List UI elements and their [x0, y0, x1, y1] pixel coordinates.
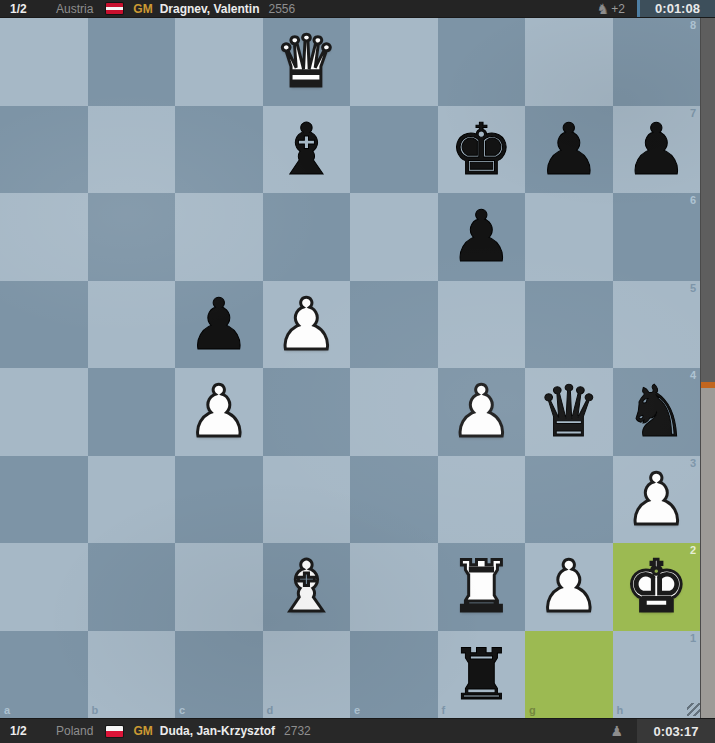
square-a6[interactable] [0, 193, 88, 281]
square-a2[interactable] [0, 543, 88, 631]
white-pawn[interactable]: ♟ [624, 464, 688, 535]
rank-label-8: 8 [690, 20, 696, 31]
square-d6[interactable] [263, 193, 351, 281]
file-label-c: c [179, 705, 185, 716]
square-c4[interactable]: ♟ [175, 368, 263, 456]
square-h5[interactable]: 5 [613, 281, 701, 369]
square-b7[interactable] [88, 106, 176, 194]
square-d3[interactable] [263, 456, 351, 544]
bottom-match-score: 1/2 [10, 724, 46, 738]
square-c8[interactable] [175, 18, 263, 106]
square-e3[interactable] [350, 456, 438, 544]
rank-label-2: 2 [690, 545, 696, 556]
square-g7[interactable]: ♟ [525, 106, 613, 194]
top-country-label: Austria [56, 2, 93, 16]
square-e6[interactable] [350, 193, 438, 281]
board-area: ♛8♝♚♟7♟♟6♟♟5♟♟♛4♞3♟♝♜♟2♚abcdef♜g1h [0, 18, 715, 718]
square-f6[interactable]: ♟ [438, 193, 526, 281]
black-pawn[interactable]: ♟ [449, 201, 513, 272]
square-e2[interactable] [350, 543, 438, 631]
square-f1[interactable]: f♜ [438, 631, 526, 719]
square-g6[interactable] [525, 193, 613, 281]
file-label-h: h [617, 705, 624, 716]
square-c5[interactable]: ♟ [175, 281, 263, 369]
square-g8[interactable] [525, 18, 613, 106]
scrollbar-track-bottom[interactable] [701, 388, 715, 718]
square-e8[interactable] [350, 18, 438, 106]
white-queen[interactable]: ♛ [274, 26, 338, 97]
square-a3[interactable] [0, 456, 88, 544]
square-b8[interactable] [88, 18, 176, 106]
square-b4[interactable] [88, 368, 176, 456]
top-material-indicator: ♞ +2 [597, 2, 625, 16]
square-e4[interactable] [350, 368, 438, 456]
bottom-player-name: Duda, Jan-Krzysztof [160, 724, 275, 738]
top-player-rating: 2556 [269, 2, 296, 16]
square-b1[interactable]: b [88, 631, 176, 719]
square-d8[interactable]: ♛ [263, 18, 351, 106]
white-king[interactable]: ♚ [624, 551, 688, 622]
square-e5[interactable] [350, 281, 438, 369]
square-a5[interactable] [0, 281, 88, 369]
black-rook[interactable]: ♜ [449, 639, 513, 710]
square-f2[interactable]: ♜ [438, 543, 526, 631]
knight-icon: ♞ [597, 2, 610, 16]
square-a8[interactable] [0, 18, 88, 106]
file-label-g: g [529, 705, 536, 716]
square-c2[interactable] [175, 543, 263, 631]
square-d1[interactable]: d [263, 631, 351, 719]
austria-flag-icon [106, 3, 123, 14]
square-h6[interactable]: 6 [613, 193, 701, 281]
top-title-badge: GM [133, 2, 152, 16]
square-d7[interactable]: ♝ [263, 106, 351, 194]
square-c1[interactable]: c [175, 631, 263, 719]
square-h4[interactable]: 4♞ [613, 368, 701, 456]
bottom-player-rating: 2732 [284, 724, 311, 738]
square-b3[interactable] [88, 456, 176, 544]
top-material-value: +2 [611, 2, 625, 16]
file-label-f: f [442, 705, 446, 716]
white-bishop[interactable]: ♝ [274, 551, 338, 622]
scrollbar-track-top[interactable] [701, 18, 715, 382]
black-pawn[interactable]: ♟ [187, 289, 251, 360]
black-pawn[interactable]: ♟ [537, 114, 601, 185]
black-pawn[interactable]: ♟ [624, 114, 688, 185]
top-player-bar: 1/2 Austria GM Dragnev, Valentin 2556 ♞ … [0, 0, 715, 18]
top-player-clock: 0:01:08 [637, 0, 715, 17]
square-c6[interactable] [175, 193, 263, 281]
square-f8[interactable] [438, 18, 526, 106]
chess-broadcast-app: 1/2 Austria GM Dragnev, Valentin 2556 ♞ … [0, 0, 715, 743]
square-f7[interactable]: ♚ [438, 106, 526, 194]
square-b6[interactable] [88, 193, 176, 281]
bottom-material-indicator: ♟ [610, 724, 625, 738]
square-g1[interactable]: g [525, 631, 613, 719]
square-f5[interactable] [438, 281, 526, 369]
square-d2[interactable]: ♝ [263, 543, 351, 631]
bottom-title-badge: GM [133, 724, 152, 738]
black-bishop[interactable]: ♝ [274, 114, 338, 185]
black-king[interactable]: ♚ [449, 114, 513, 185]
white-rook[interactable]: ♜ [449, 551, 513, 622]
file-label-d: d [267, 705, 274, 716]
bottom-country-label: Poland [56, 724, 93, 738]
file-label-a: a [4, 705, 10, 716]
square-e7[interactable] [350, 106, 438, 194]
square-d5[interactable]: ♟ [263, 281, 351, 369]
rank-label-3: 3 [690, 458, 696, 469]
square-a4[interactable] [0, 368, 88, 456]
file-label-b: b [92, 705, 99, 716]
square-c3[interactable] [175, 456, 263, 544]
file-label-e: e [354, 705, 360, 716]
square-g4[interactable]: ♛ [525, 368, 613, 456]
square-h7[interactable]: 7♟ [613, 106, 701, 194]
white-pawn[interactable]: ♟ [274, 289, 338, 360]
square-b5[interactable] [88, 281, 176, 369]
square-a1[interactable]: a [0, 631, 88, 719]
chess-board[interactable]: ♛8♝♚♟7♟♟6♟♟5♟♟♛4♞3♟♝♜♟2♚abcdef♜g1h [0, 18, 700, 718]
top-match-score: 1/2 [10, 2, 46, 16]
black-queen[interactable]: ♛ [537, 376, 601, 447]
square-a7[interactable] [0, 106, 88, 194]
white-pawn[interactable]: ♟ [187, 376, 251, 447]
rank-label-7: 7 [690, 108, 696, 119]
square-d4[interactable] [263, 368, 351, 456]
bottom-player-clock: 0:03:17 [637, 719, 715, 743]
rank-label-6: 6 [690, 195, 696, 206]
bottom-player-bar: 1/2 Poland GM Duda, Jan-Krzysztof 2732 ♟… [0, 718, 715, 743]
scrollbar[interactable] [700, 18, 715, 718]
square-h3[interactable]: 3♟ [613, 456, 701, 544]
rank-label-1: 1 [690, 633, 696, 644]
square-f3[interactable] [438, 456, 526, 544]
square-f4[interactable]: ♟ [438, 368, 526, 456]
square-h2[interactable]: 2♚ [613, 543, 701, 631]
square-c7[interactable] [175, 106, 263, 194]
square-h8[interactable]: 8 [613, 18, 701, 106]
white-pawn[interactable]: ♟ [537, 551, 601, 622]
square-b2[interactable] [88, 543, 176, 631]
square-g2[interactable]: ♟ [525, 543, 613, 631]
poland-flag-icon [106, 726, 123, 737]
resize-handle-icon[interactable] [687, 703, 700, 716]
pawn-icon: ♟ [610, 724, 623, 738]
square-g3[interactable] [525, 456, 613, 544]
black-knight[interactable]: ♞ [624, 376, 688, 447]
white-pawn[interactable]: ♟ [449, 376, 513, 447]
square-g5[interactable] [525, 281, 613, 369]
square-e1[interactable]: e [350, 631, 438, 719]
rank-label-5: 5 [690, 283, 696, 294]
rank-label-4: 4 [690, 370, 696, 381]
top-player-name: Dragnev, Valentin [160, 2, 260, 16]
